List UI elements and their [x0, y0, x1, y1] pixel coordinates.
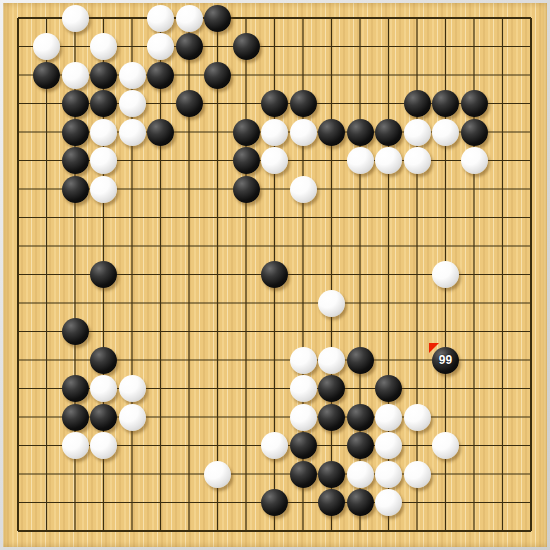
- stone-black: [147, 62, 174, 89]
- stone-black: [204, 62, 231, 89]
- stone-white: [290, 176, 317, 203]
- stone-white: [404, 404, 431, 431]
- stone-black: [318, 489, 345, 516]
- stone-black: [261, 261, 288, 288]
- stone-black: [318, 461, 345, 488]
- stone-black: [318, 404, 345, 431]
- stone-black: [90, 62, 117, 89]
- stone-black: [261, 489, 288, 516]
- stone-white: [404, 147, 431, 174]
- stone-black: [204, 5, 231, 32]
- stone-black: [318, 375, 345, 402]
- stone-black: [347, 489, 374, 516]
- stone-white: [290, 347, 317, 374]
- stone-white: [119, 119, 146, 146]
- stone-black: [233, 176, 260, 203]
- stone-black: [90, 404, 117, 431]
- stone-white: [62, 432, 89, 459]
- go-board[interactable]: 99: [3, 3, 547, 547]
- stone-black: [176, 33, 203, 60]
- stone-white: [147, 33, 174, 60]
- stone-white: [33, 33, 60, 60]
- stone-black: [318, 119, 345, 146]
- stone-white: [261, 119, 288, 146]
- stone-white: [290, 404, 317, 431]
- stone-black: [461, 119, 488, 146]
- stone-white: [204, 461, 231, 488]
- stone-white: [318, 290, 345, 317]
- stone-black: [147, 119, 174, 146]
- stone-white: [290, 375, 317, 402]
- stone-black: [290, 461, 317, 488]
- stone-white: [375, 404, 402, 431]
- stone-white: [119, 62, 146, 89]
- stone-white: [62, 5, 89, 32]
- stone-white: [432, 432, 459, 459]
- stone-black: [90, 90, 117, 117]
- stone-black: [62, 147, 89, 174]
- stone-white: [261, 432, 288, 459]
- stone-black: [233, 33, 260, 60]
- stone-white: [62, 62, 89, 89]
- stone-black: [347, 119, 374, 146]
- stone-white: [90, 119, 117, 146]
- stone-white: [90, 176, 117, 203]
- stone-white: [375, 432, 402, 459]
- stone-black: [62, 404, 89, 431]
- stone-white: [347, 147, 374, 174]
- stone-black: [62, 375, 89, 402]
- stone-black: [347, 404, 374, 431]
- stone-black: [375, 119, 402, 146]
- stone-black: [432, 90, 459, 117]
- stone-white: [261, 147, 288, 174]
- stone-black: [90, 347, 117, 374]
- stone-black: [62, 90, 89, 117]
- stone-black: [290, 90, 317, 117]
- stone-white: [90, 33, 117, 60]
- stone-black: [461, 90, 488, 117]
- stone-black: [33, 62, 60, 89]
- stone-black: [62, 318, 89, 345]
- stone-black: [404, 90, 431, 117]
- board-frame: 99: [0, 0, 550, 550]
- stone-white: [432, 119, 459, 146]
- stone-white: [90, 375, 117, 402]
- stone-white: [90, 432, 117, 459]
- stone-black: [375, 375, 402, 402]
- stone-white: [404, 461, 431, 488]
- stone-white: [290, 119, 317, 146]
- stone-black: [233, 147, 260, 174]
- stone-white: [375, 489, 402, 516]
- stone-black: [62, 119, 89, 146]
- stone-black: [90, 261, 117, 288]
- move-number-label: 99: [432, 347, 459, 374]
- stone-black: [62, 176, 89, 203]
- stone-white: [119, 90, 146, 117]
- stone-black: [290, 432, 317, 459]
- stone-white: [318, 347, 345, 374]
- stone-black: [176, 90, 203, 117]
- stone-black: [347, 432, 374, 459]
- stone-white: [461, 147, 488, 174]
- stone-black: [347, 347, 374, 374]
- stone-white: [119, 404, 146, 431]
- stone-white: [375, 461, 402, 488]
- stone-white: [90, 147, 117, 174]
- stone-black: [261, 90, 288, 117]
- stone-black-last-move: 99: [432, 347, 459, 374]
- stone-black: [233, 119, 260, 146]
- stone-white: [432, 261, 459, 288]
- stone-white: [119, 375, 146, 402]
- stone-white: [147, 5, 174, 32]
- stone-white: [375, 147, 402, 174]
- stone-white: [404, 119, 431, 146]
- stone-white: [176, 5, 203, 32]
- stone-white: [347, 461, 374, 488]
